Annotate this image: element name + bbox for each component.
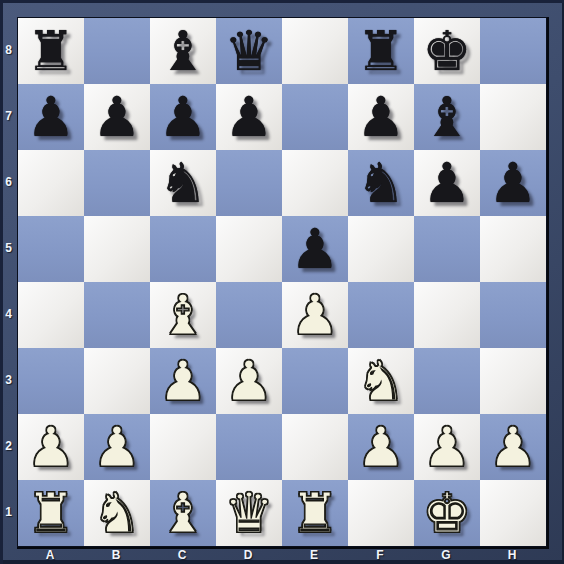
square-e2[interactable] <box>282 414 348 480</box>
square-a4[interactable] <box>18 282 84 348</box>
square-d8[interactable]: ♛ <box>216 18 282 84</box>
square-a6[interactable] <box>18 150 84 216</box>
square-e7[interactable] <box>282 84 348 150</box>
piece-black-queen: ♛ <box>224 18 273 84</box>
square-d2[interactable] <box>216 414 282 480</box>
square-d4[interactable] <box>216 282 282 348</box>
piece-black-knight: ♞ <box>356 150 405 216</box>
square-h6[interactable]: ♟ <box>480 150 546 216</box>
piece-black-rook: ♜ <box>356 18 405 84</box>
rank-label-3: 3 <box>0 347 17 413</box>
square-f6[interactable]: ♞ <box>348 150 414 216</box>
square-d7[interactable]: ♟ <box>216 84 282 150</box>
square-c3[interactable]: ♟ <box>150 348 216 414</box>
piece-black-pawn: ♟ <box>224 84 273 150</box>
square-c7[interactable]: ♟ <box>150 84 216 150</box>
square-b3[interactable] <box>84 348 150 414</box>
piece-white-queen: ♛ <box>224 480 273 546</box>
square-h8[interactable] <box>480 18 546 84</box>
rank-label-2: 2 <box>0 413 17 479</box>
square-a1[interactable]: ♜ <box>18 480 84 546</box>
piece-black-bishop: ♝ <box>422 84 471 150</box>
piece-white-pawn: ♟ <box>224 348 273 414</box>
square-d1[interactable]: ♛ <box>216 480 282 546</box>
piece-black-pawn: ♟ <box>488 150 537 216</box>
rank-label-8: 8 <box>0 17 17 83</box>
square-h2[interactable]: ♟ <box>480 414 546 480</box>
square-d6[interactable] <box>216 150 282 216</box>
rank-label-1: 1 <box>0 479 17 545</box>
file-label-h: H <box>479 547 545 562</box>
square-b1[interactable]: ♞ <box>84 480 150 546</box>
rank-label-5: 5 <box>0 215 17 281</box>
square-d3[interactable]: ♟ <box>216 348 282 414</box>
square-h3[interactable] <box>480 348 546 414</box>
piece-white-pawn: ♟ <box>92 414 141 480</box>
square-h5[interactable] <box>480 216 546 282</box>
piece-white-bishop: ♝ <box>158 282 207 348</box>
piece-black-pawn: ♟ <box>92 84 141 150</box>
piece-white-pawn: ♟ <box>356 414 405 480</box>
square-f8[interactable]: ♜ <box>348 18 414 84</box>
piece-black-pawn: ♟ <box>158 84 207 150</box>
file-label-a: A <box>17 547 83 562</box>
square-e3[interactable] <box>282 348 348 414</box>
chess-board: ♜♝♛♜♚♟♟♟♟♟♝♞♞♟♟♟♝♟♟♟♞♟♟♟♟♟♜♞♝♛♜♚ <box>17 17 547 547</box>
file-label-b: B <box>83 547 149 562</box>
square-f1[interactable] <box>348 480 414 546</box>
square-g6[interactable]: ♟ <box>414 150 480 216</box>
square-b5[interactable] <box>84 216 150 282</box>
square-a5[interactable] <box>18 216 84 282</box>
square-g8[interactable]: ♚ <box>414 18 480 84</box>
piece-black-pawn: ♟ <box>422 150 471 216</box>
square-b6[interactable] <box>84 150 150 216</box>
piece-black-bishop: ♝ <box>158 18 207 84</box>
square-f5[interactable] <box>348 216 414 282</box>
square-a8[interactable]: ♜ <box>18 18 84 84</box>
square-e6[interactable] <box>282 150 348 216</box>
file-label-f: F <box>347 547 413 562</box>
piece-white-bishop: ♝ <box>158 480 207 546</box>
square-g5[interactable] <box>414 216 480 282</box>
square-g2[interactable]: ♟ <box>414 414 480 480</box>
square-c4[interactable]: ♝ <box>150 282 216 348</box>
file-label-d: D <box>215 547 281 562</box>
piece-white-knight: ♞ <box>356 348 405 414</box>
square-e8[interactable] <box>282 18 348 84</box>
square-c8[interactable]: ♝ <box>150 18 216 84</box>
square-h4[interactable] <box>480 282 546 348</box>
square-h1[interactable] <box>480 480 546 546</box>
piece-black-pawn: ♟ <box>26 84 75 150</box>
piece-white-pawn: ♟ <box>488 414 537 480</box>
square-f3[interactable]: ♞ <box>348 348 414 414</box>
piece-black-knight: ♞ <box>158 150 207 216</box>
piece-white-king: ♚ <box>422 480 471 546</box>
square-d5[interactable] <box>216 216 282 282</box>
square-b8[interactable] <box>84 18 150 84</box>
piece-black-pawn: ♟ <box>290 216 339 282</box>
piece-white-rook: ♜ <box>290 480 339 546</box>
square-f2[interactable]: ♟ <box>348 414 414 480</box>
rank-label-7: 7 <box>0 83 17 149</box>
square-g7[interactable]: ♝ <box>414 84 480 150</box>
square-g4[interactable] <box>414 282 480 348</box>
square-c2[interactable] <box>150 414 216 480</box>
square-f4[interactable] <box>348 282 414 348</box>
file-label-g: G <box>413 547 479 562</box>
square-g3[interactable] <box>414 348 480 414</box>
square-a2[interactable]: ♟ <box>18 414 84 480</box>
piece-white-pawn: ♟ <box>290 282 339 348</box>
piece-white-pawn: ♟ <box>26 414 75 480</box>
piece-black-rook: ♜ <box>26 18 75 84</box>
square-b2[interactable]: ♟ <box>84 414 150 480</box>
square-e4[interactable]: ♟ <box>282 282 348 348</box>
square-e1[interactable]: ♜ <box>282 480 348 546</box>
piece-white-knight: ♞ <box>92 480 141 546</box>
piece-black-king: ♚ <box>422 18 471 84</box>
square-e5[interactable]: ♟ <box>282 216 348 282</box>
square-a7[interactable]: ♟ <box>18 84 84 150</box>
square-c5[interactable] <box>150 216 216 282</box>
square-c1[interactable]: ♝ <box>150 480 216 546</box>
rank-label-4: 4 <box>0 281 17 347</box>
file-label-c: C <box>149 547 215 562</box>
square-c6[interactable]: ♞ <box>150 150 216 216</box>
piece-white-pawn: ♟ <box>422 414 471 480</box>
square-b7[interactable]: ♟ <box>84 84 150 150</box>
piece-white-rook: ♜ <box>26 480 75 546</box>
rank-label-6: 6 <box>0 149 17 215</box>
square-h7[interactable] <box>480 84 546 150</box>
square-a3[interactable] <box>18 348 84 414</box>
square-f7[interactable]: ♟ <box>348 84 414 150</box>
square-b4[interactable] <box>84 282 150 348</box>
board-frame: ♜♝♛♜♚♟♟♟♟♟♝♞♞♟♟♟♝♟♟♟♞♟♟♟♟♟♜♞♝♛♜♚ 8765432… <box>0 0 564 564</box>
file-label-e: E <box>281 547 347 562</box>
piece-black-pawn: ♟ <box>356 84 405 150</box>
piece-white-pawn: ♟ <box>158 348 207 414</box>
square-g1[interactable]: ♚ <box>414 480 480 546</box>
